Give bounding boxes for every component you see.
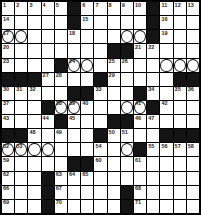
clue-number: 19 — [161, 31, 167, 37]
black-cell — [147, 101, 159, 114]
clue-number: 6 — [82, 3, 85, 9]
cell[interactable] — [15, 157, 27, 170]
cell[interactable] — [187, 115, 199, 128]
cell[interactable] — [160, 186, 172, 199]
circle-marker — [28, 143, 40, 156]
clue-number: 36 — [188, 87, 194, 93]
clue-number: 53 — [16, 144, 22, 150]
cell[interactable]: 6 — [81, 2, 93, 15]
cell[interactable]: 31 — [15, 87, 27, 100]
black-cell — [108, 44, 120, 57]
cell[interactable]: 28 — [55, 73, 67, 86]
clue-number: 5 — [56, 3, 59, 9]
cell[interactable]: 24 — [68, 59, 80, 72]
cell[interactable] — [42, 87, 54, 100]
cell[interactable] — [15, 30, 27, 43]
clue-number: 26 — [122, 59, 128, 65]
cell[interactable] — [15, 101, 27, 114]
black-cell — [55, 115, 67, 128]
cell[interactable] — [174, 115, 186, 128]
cell[interactable] — [94, 115, 106, 128]
black-cell — [15, 129, 27, 142]
cell[interactable] — [55, 157, 67, 170]
clue-number: 29 — [109, 73, 115, 79]
clue-number: 54 — [95, 144, 101, 150]
circle-marker — [68, 101, 80, 114]
cell[interactable] — [121, 172, 133, 185]
cell[interactable]: 32 — [28, 87, 40, 100]
cell[interactable]: 65 — [81, 172, 93, 185]
cell[interactable] — [94, 44, 106, 57]
cell[interactable]: 54 — [94, 143, 106, 156]
clue-number: 34 — [148, 87, 154, 93]
clue-number: 32 — [29, 87, 35, 93]
black-cell — [108, 115, 120, 128]
cell[interactable] — [174, 200, 186, 213]
cell[interactable] — [42, 16, 54, 29]
black-cell — [81, 87, 93, 100]
cell[interactable] — [28, 44, 40, 57]
cell[interactable] — [121, 101, 133, 114]
clue-number: 42 — [161, 101, 167, 107]
cell[interactable] — [174, 44, 186, 57]
cell[interactable] — [55, 44, 67, 57]
cell[interactable] — [28, 200, 40, 213]
cell[interactable] — [147, 200, 159, 213]
cell[interactable]: 60 — [94, 157, 106, 170]
circle-marker — [134, 101, 146, 114]
circle-marker — [68, 59, 80, 72]
cell[interactable] — [42, 44, 54, 57]
cell[interactable] — [134, 172, 146, 185]
cell[interactable]: 14 — [2, 16, 14, 29]
black-cell — [187, 129, 199, 142]
cell[interactable] — [94, 101, 106, 114]
cell[interactable] — [28, 172, 40, 185]
circle-marker — [81, 59, 93, 72]
clue-number: 45 — [69, 116, 75, 122]
cell[interactable]: 62 — [2, 172, 14, 185]
cell[interactable]: 40 — [81, 101, 93, 114]
cell[interactable]: 5 — [55, 2, 67, 15]
cell[interactable] — [42, 30, 54, 43]
clue-number: 12 — [175, 3, 181, 9]
cell[interactable] — [147, 157, 159, 170]
clue-number: 25 — [109, 59, 115, 65]
cell[interactable] — [15, 16, 27, 29]
cell[interactable] — [81, 143, 93, 156]
cell[interactable] — [15, 59, 27, 72]
clue-number: 14 — [3, 17, 9, 23]
cell[interactable] — [108, 200, 120, 213]
cell[interactable]: 18 — [68, 30, 80, 43]
clue-number: 2 — [16, 3, 19, 9]
cell[interactable] — [187, 59, 199, 72]
cell[interactable] — [28, 186, 40, 199]
circle-marker — [174, 59, 186, 72]
cell[interactable] — [187, 101, 199, 114]
cell[interactable]: 61 — [134, 157, 146, 170]
black-cell — [94, 129, 106, 142]
cell[interactable] — [174, 59, 186, 72]
clue-number: 65 — [82, 172, 88, 178]
cell[interactable] — [160, 44, 172, 57]
cell[interactable]: 37 — [2, 101, 14, 114]
circle-marker — [2, 143, 14, 156]
cell[interactable] — [187, 30, 199, 43]
cell[interactable]: 51 — [121, 129, 133, 142]
cell[interactable]: 39 — [68, 101, 80, 114]
black-cell — [174, 129, 186, 142]
cell[interactable]: 13 — [187, 2, 199, 15]
cell[interactable] — [68, 73, 80, 86]
clue-number: 9 — [122, 3, 125, 9]
cell[interactable] — [187, 157, 199, 170]
black-cell — [94, 73, 106, 86]
circle-marker — [15, 143, 27, 156]
cell[interactable] — [28, 16, 40, 29]
cell[interactable]: 35 — [174, 87, 186, 100]
black-cell — [121, 186, 133, 199]
cell[interactable]: 4 — [42, 2, 54, 15]
clue-number: 49 — [56, 130, 62, 136]
black-cell — [68, 2, 80, 15]
cell[interactable] — [94, 16, 106, 29]
cell[interactable]: 30 — [2, 87, 14, 100]
cell[interactable] — [108, 172, 120, 185]
cell[interactable]: 36 — [187, 87, 199, 100]
cell[interactable] — [42, 129, 54, 142]
clue-number: 48 — [29, 130, 35, 136]
cell[interactable] — [147, 73, 159, 86]
cell[interactable]: 55 — [147, 143, 159, 156]
clue-number: 22 — [148, 45, 154, 51]
cell[interactable] — [42, 59, 54, 72]
cell[interactable]: 7 — [94, 2, 106, 15]
cell[interactable]: 50 — [108, 129, 120, 142]
cell[interactable] — [147, 129, 159, 142]
clue-number: 47 — [148, 116, 154, 122]
circle-marker — [55, 101, 67, 114]
cell[interactable]: 68 — [134, 186, 146, 199]
cell[interactable] — [187, 200, 199, 213]
clue-number: 31 — [16, 87, 22, 93]
cell[interactable] — [94, 172, 106, 185]
cell[interactable] — [121, 16, 133, 29]
cell[interactable] — [81, 44, 93, 57]
clue-number: 43 — [3, 116, 9, 122]
cell[interactable] — [28, 59, 40, 72]
cell[interactable] — [15, 186, 27, 199]
clue-number: 41 — [135, 101, 141, 107]
black-cell — [134, 87, 146, 100]
cell[interactable]: 46 — [134, 115, 146, 128]
cell[interactable] — [81, 186, 93, 199]
cell[interactable]: 48 — [28, 129, 40, 142]
cell[interactable] — [28, 143, 40, 156]
cell[interactable] — [187, 172, 199, 185]
clue-number: 52 — [3, 144, 9, 150]
cell[interactable] — [108, 87, 120, 100]
cell[interactable] — [134, 16, 146, 29]
clue-number: 15 — [82, 17, 88, 23]
cell[interactable]: 21 — [134, 44, 146, 57]
clue-number: 1 — [3, 3, 6, 9]
circle-marker — [2, 30, 14, 43]
clue-number: 64 — [69, 172, 75, 178]
cell[interactable] — [160, 73, 172, 86]
cell[interactable]: 49 — [55, 129, 67, 142]
cell[interactable] — [94, 30, 106, 43]
clue-number: 10 — [135, 3, 141, 9]
cell[interactable] — [42, 157, 54, 170]
cell[interactable]: 15 — [81, 16, 93, 29]
cell[interactable]: 20 — [2, 44, 14, 57]
clue-number: 23 — [3, 59, 9, 65]
clue-number: 59 — [3, 158, 9, 164]
cell[interactable] — [121, 143, 133, 156]
cell[interactable] — [81, 30, 93, 43]
cell[interactable]: 71 — [134, 200, 146, 213]
clue-number: 71 — [135, 200, 141, 206]
cell[interactable]: 57 — [174, 143, 186, 156]
black-cell — [147, 2, 159, 15]
clue-number: 60 — [95, 158, 101, 164]
cell[interactable]: 11 — [160, 2, 172, 15]
cell[interactable]: 66 — [2, 186, 14, 199]
black-cell — [68, 157, 80, 170]
cell[interactable] — [15, 172, 27, 185]
clue-number: 69 — [3, 200, 9, 206]
cell[interactable]: 53 — [15, 143, 27, 156]
cell[interactable]: 27 — [42, 73, 54, 86]
black-cell — [42, 186, 54, 199]
clue-number: 13 — [188, 3, 194, 9]
cell[interactable] — [55, 143, 67, 156]
clue-number: 4 — [43, 3, 46, 9]
crossword-grid: 1234567891011121314151617181920212223242… — [0, 0, 201, 215]
cell[interactable] — [134, 73, 146, 86]
clue-number: 50 — [109, 130, 115, 136]
cell[interactable] — [68, 44, 80, 57]
clue-number: 63 — [56, 172, 62, 178]
cell[interactable] — [81, 115, 93, 128]
cell[interactable]: 47 — [147, 115, 159, 128]
circle-marker — [160, 59, 172, 72]
cell[interactable] — [134, 59, 146, 72]
cell[interactable] — [147, 186, 159, 199]
cell[interactable]: 69 — [2, 200, 14, 213]
cell[interactable] — [68, 186, 80, 199]
cell[interactable]: 64 — [68, 172, 80, 185]
cell[interactable] — [108, 143, 120, 156]
cell[interactable] — [28, 30, 40, 43]
cell[interactable] — [81, 129, 93, 142]
black-cell — [28, 73, 40, 86]
cell[interactable]: 43 — [2, 115, 14, 128]
clue-number: 35 — [175, 87, 181, 93]
cell[interactable]: 3 — [28, 2, 40, 15]
cell[interactable]: 17 — [2, 30, 14, 43]
black-cell — [2, 129, 14, 142]
black-cell — [121, 44, 133, 57]
cell[interactable] — [28, 115, 40, 128]
black-cell — [160, 129, 172, 142]
black-cell — [134, 143, 146, 156]
cell[interactable] — [42, 143, 54, 156]
clue-number: 62 — [3, 172, 9, 178]
cell[interactable]: 59 — [2, 157, 14, 170]
cell[interactable]: 26 — [121, 59, 133, 72]
clue-number: 3 — [29, 3, 32, 9]
clue-number: 20 — [3, 45, 9, 51]
clue-number: 18 — [69, 31, 75, 37]
cell[interactable] — [68, 129, 80, 142]
cell[interactable] — [108, 101, 120, 114]
cell[interactable] — [28, 157, 40, 170]
clue-number: 68 — [135, 186, 141, 192]
cell[interactable] — [160, 59, 172, 72]
cell[interactable] — [15, 200, 27, 213]
cell[interactable] — [68, 200, 80, 213]
clue-number: 21 — [135, 45, 141, 51]
cell[interactable] — [160, 200, 172, 213]
clue-number: 56 — [161, 144, 167, 150]
black-cell — [147, 30, 159, 43]
cell[interactable] — [94, 186, 106, 199]
cell[interactable] — [108, 157, 120, 170]
black-cell — [187, 73, 199, 86]
cell[interactable]: 44 — [42, 115, 54, 128]
clue-number: 11 — [161, 3, 167, 9]
cell[interactable]: 8 — [108, 2, 120, 15]
circle-marker — [121, 30, 133, 43]
cell[interactable] — [108, 186, 120, 199]
cell[interactable] — [174, 186, 186, 199]
clue-number: 40 — [82, 101, 88, 107]
cell[interactable] — [121, 157, 133, 170]
cell[interactable] — [174, 101, 186, 114]
cell[interactable]: 25 — [108, 59, 120, 72]
cell[interactable] — [121, 30, 133, 43]
cell[interactable] — [94, 59, 106, 72]
cell[interactable] — [134, 30, 146, 43]
cell[interactable]: 29 — [108, 73, 120, 86]
cell[interactable]: 1 — [2, 2, 14, 15]
cell[interactable] — [174, 30, 186, 43]
cell[interactable] — [134, 129, 146, 142]
cell[interactable] — [15, 115, 27, 128]
cell[interactable]: 56 — [160, 143, 172, 156]
black-cell — [68, 16, 80, 29]
black-cell — [15, 73, 27, 86]
clue-number: 37 — [3, 101, 9, 107]
clue-number: 17 — [3, 31, 9, 37]
clue-number: 24 — [69, 59, 75, 65]
cell[interactable] — [160, 157, 172, 170]
cell[interactable] — [121, 87, 133, 100]
cell[interactable] — [147, 59, 159, 72]
circle-marker — [134, 30, 146, 43]
black-cell — [42, 200, 54, 213]
cell[interactable] — [187, 16, 199, 29]
cell[interactable]: 41 — [134, 101, 146, 114]
cell[interactable]: 34 — [147, 87, 159, 100]
cell[interactable] — [15, 44, 27, 57]
cell[interactable]: 12 — [174, 2, 186, 15]
clue-number: 51 — [122, 130, 128, 136]
cell[interactable] — [68, 143, 80, 156]
cell[interactable] — [94, 200, 106, 213]
cell[interactable]: 16 — [160, 16, 172, 29]
clue-number: 8 — [109, 3, 112, 9]
cell[interactable]: 9 — [121, 2, 133, 15]
cell[interactable] — [28, 101, 40, 114]
clue-number: 28 — [56, 73, 62, 79]
circle-marker — [121, 101, 133, 114]
cell[interactable] — [174, 16, 186, 29]
cell[interactable] — [108, 30, 120, 43]
cell[interactable] — [147, 172, 159, 185]
black-cell — [121, 200, 133, 213]
black-cell — [147, 16, 159, 29]
circle-marker — [121, 143, 133, 156]
cell[interactable] — [55, 16, 67, 29]
clue-number: 38 — [56, 101, 62, 107]
black-cell — [174, 73, 186, 86]
clue-number: 66 — [3, 186, 9, 192]
cell[interactable] — [174, 172, 186, 185]
black-cell — [55, 59, 67, 72]
cell[interactable]: 67 — [55, 186, 67, 199]
cell[interactable] — [187, 44, 199, 57]
clue-number: 44 — [43, 116, 49, 122]
cell[interactable]: 45 — [68, 115, 80, 128]
cell[interactable] — [81, 59, 93, 72]
cell[interactable] — [160, 172, 172, 185]
clue-number: 58 — [188, 144, 194, 150]
circle-marker — [187, 59, 199, 72]
circle-marker — [15, 30, 27, 43]
cell[interactable] — [81, 200, 93, 213]
cell[interactable]: 58 — [187, 143, 199, 156]
cell[interactable] — [160, 115, 172, 128]
cell[interactable] — [160, 87, 172, 100]
cell[interactable]: 70 — [55, 200, 67, 213]
cell[interactable] — [81, 73, 93, 86]
clue-number: 57 — [175, 144, 181, 150]
cell[interactable]: 10 — [134, 2, 146, 15]
cell[interactable]: 38 — [55, 101, 67, 114]
cell[interactable]: 19 — [160, 30, 172, 43]
cell[interactable] — [187, 186, 199, 199]
clue-number: 7 — [95, 3, 98, 9]
cell[interactable] — [108, 16, 120, 29]
cell[interactable] — [174, 157, 186, 170]
cell[interactable] — [55, 87, 67, 100]
cell[interactable]: 23 — [2, 59, 14, 72]
cell[interactable]: 63 — [55, 172, 67, 185]
clue-number: 67 — [56, 186, 62, 192]
cell[interactable]: 42 — [160, 101, 172, 114]
cell[interactable]: 33 — [94, 87, 106, 100]
cell[interactable]: 2 — [15, 2, 27, 15]
cell[interactable] — [55, 30, 67, 43]
cell[interactable]: 52 — [2, 143, 14, 156]
clue-number: 30 — [3, 87, 9, 93]
cell[interactable] — [121, 73, 133, 86]
cell[interactable]: 22 — [147, 44, 159, 57]
